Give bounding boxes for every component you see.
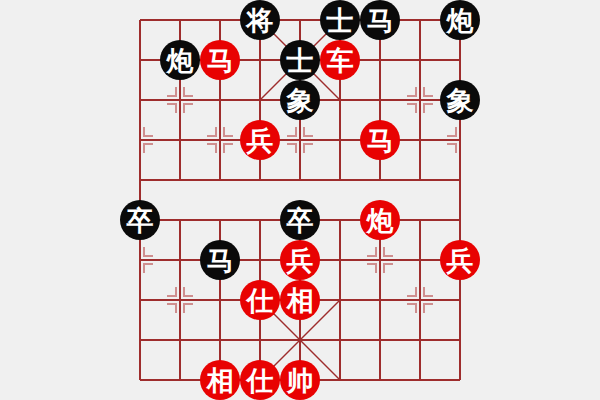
piece-red-soldier[interactable]: 兵 <box>240 120 280 160</box>
piece-red-chariot[interactable]: 车 <box>320 40 360 80</box>
piece-black-advisor[interactable]: 士 <box>320 0 360 40</box>
position-marker <box>224 144 233 153</box>
piece-black-soldier[interactable]: 卒 <box>120 200 160 240</box>
position-marker <box>144 264 153 273</box>
position-marker <box>407 304 416 313</box>
position-marker <box>424 104 433 113</box>
position-marker <box>144 247 153 256</box>
position-marker <box>167 287 176 296</box>
xiangqi-diagram: 将士马炮炮马士车象象兵马卒卒炮马兵兵仕相相仕帅 <box>0 0 600 400</box>
position-marker <box>287 127 296 136</box>
position-marker <box>167 304 176 313</box>
piece-red-soldier[interactable]: 兵 <box>280 240 320 280</box>
piece-red-advisor[interactable]: 仕 <box>240 360 280 400</box>
position-marker <box>224 127 233 136</box>
piece-black-general[interactable]: 将 <box>240 0 280 40</box>
piece-black-advisor[interactable]: 士 <box>280 40 320 80</box>
piece-black-soldier[interactable]: 卒 <box>280 200 320 240</box>
position-marker <box>407 104 416 113</box>
piece-red-advisor[interactable]: 仕 <box>240 280 280 320</box>
position-marker <box>144 127 153 136</box>
position-marker <box>367 264 376 273</box>
piece-black-horse[interactable]: 马 <box>360 0 400 40</box>
piece-red-cannon[interactable]: 炮 <box>360 200 400 240</box>
position-marker <box>304 127 313 136</box>
position-marker <box>424 304 433 313</box>
position-marker <box>447 144 456 153</box>
piece-black-elephant[interactable]: 象 <box>280 80 320 120</box>
piece-red-soldier[interactable]: 兵 <box>440 240 480 280</box>
position-marker <box>407 287 416 296</box>
piece-red-general[interactable]: 帅 <box>280 360 320 400</box>
position-marker <box>207 127 216 136</box>
position-marker <box>304 144 313 153</box>
position-marker <box>167 104 176 113</box>
position-marker <box>184 104 193 113</box>
position-marker <box>144 144 153 153</box>
position-marker <box>184 87 193 96</box>
piece-red-horse[interactable]: 马 <box>360 120 400 160</box>
position-marker <box>184 304 193 313</box>
piece-red-elephant[interactable]: 相 <box>280 280 320 320</box>
position-marker <box>207 144 216 153</box>
piece-black-cannon[interactable]: 炮 <box>440 0 480 40</box>
position-marker <box>424 87 433 96</box>
piece-black-horse[interactable]: 马 <box>200 240 240 280</box>
position-marker <box>407 87 416 96</box>
position-marker <box>367 247 376 256</box>
piece-black-cannon[interactable]: 炮 <box>160 40 200 80</box>
position-marker <box>287 144 296 153</box>
position-marker <box>447 127 456 136</box>
position-marker <box>167 87 176 96</box>
position-marker <box>384 264 393 273</box>
position-marker <box>424 287 433 296</box>
piece-black-elephant[interactable]: 象 <box>440 80 480 120</box>
position-marker <box>384 247 393 256</box>
piece-red-elephant[interactable]: 相 <box>200 360 240 400</box>
piece-red-horse[interactable]: 马 <box>200 40 240 80</box>
position-marker <box>184 287 193 296</box>
